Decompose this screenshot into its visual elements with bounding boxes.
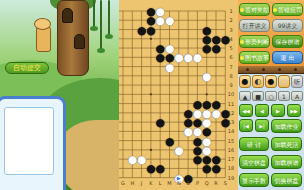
penalty-wrong-button[interactable]: 答错惩罚 bbox=[272, 3, 303, 16]
row-label: 1 bbox=[229, 8, 232, 14]
step-forward-button[interactable]: ▶ bbox=[271, 104, 285, 117]
exit-button[interactable]: 退 出 bbox=[272, 51, 303, 64]
row-label: 18 bbox=[228, 165, 234, 171]
reward-correct-button[interactable]: 答对奖励 bbox=[239, 3, 270, 16]
row-label: 16 bbox=[228, 147, 234, 153]
save-kifu-button[interactable]: 保存棋谱 bbox=[272, 35, 303, 48]
leaf bbox=[97, 48, 105, 53]
black-stone-tool[interactable]: ● bbox=[265, 75, 277, 88]
row-label: 5 bbox=[229, 45, 232, 51]
tower-window bbox=[62, 8, 73, 23]
clear-board-button[interactable]: 清空棋盘 bbox=[239, 155, 269, 169]
row-label: 11 bbox=[228, 101, 234, 107]
info-chat-panel bbox=[0, 96, 66, 190]
rewind-button[interactable]: ◀◀ bbox=[239, 104, 253, 117]
row-label: 8 bbox=[229, 73, 232, 79]
button-icon bbox=[240, 8, 244, 12]
board-grid bbox=[119, 0, 238, 190]
column-label: K bbox=[149, 180, 152, 186]
row-label: 3 bbox=[229, 27, 232, 33]
listen-tool[interactable]: 听 bbox=[291, 75, 303, 88]
circle-mark-tool[interactable]: ○ bbox=[265, 91, 277, 101]
row-label: 14 bbox=[228, 128, 234, 134]
row-label: 9 bbox=[229, 82, 232, 88]
lecture-99-button[interactable]: 99讲义 bbox=[272, 19, 303, 32]
column-label: N bbox=[177, 180, 181, 186]
to-start-button[interactable]: |◀ bbox=[239, 119, 253, 132]
shelf-knob bbox=[294, 68, 297, 71]
row-label: 4 bbox=[229, 36, 232, 42]
go-teaching-app-window: 自动提交 ●●●●●●●●●●●●●●●●●●●●●●●●●●●●●●●●●●●… bbox=[0, 0, 304, 190]
row-label: 6 bbox=[229, 54, 232, 60]
leaf bbox=[105, 34, 113, 39]
button-icon bbox=[273, 8, 277, 12]
column-label: R bbox=[214, 180, 217, 186]
tower-window bbox=[74, 34, 85, 49]
shelf-knob bbox=[262, 68, 265, 71]
position-judge-button[interactable]: 形势判断 bbox=[239, 35, 270, 48]
load-tsumego-button[interactable]: 加载死活 bbox=[271, 137, 302, 151]
show-moves-button[interactable]: 显示手数 bbox=[239, 173, 269, 187]
column-label: G bbox=[121, 180, 125, 186]
switch-board-button[interactable]: 切换棋盘 bbox=[271, 173, 302, 187]
auto-submit-button[interactable]: 自动提交 bbox=[5, 62, 49, 74]
place-white-stone-tool[interactable]: ○ bbox=[278, 75, 290, 88]
column-label: M bbox=[167, 180, 171, 186]
decorative-sidebar: 自动提交 bbox=[0, 0, 120, 190]
row-label: 15 bbox=[228, 138, 234, 144]
row-label: 17 bbox=[228, 156, 234, 162]
row-label: 10 bbox=[228, 91, 234, 97]
button-icon bbox=[240, 40, 244, 44]
giraffe-head-icon bbox=[34, 18, 51, 30]
button-icon bbox=[240, 56, 244, 60]
to-end-button[interactable]: ▶| bbox=[255, 119, 269, 132]
shelf-knob bbox=[278, 68, 281, 71]
vine bbox=[100, 0, 102, 52]
alternate-stone-tool[interactable]: ◐ bbox=[252, 75, 264, 88]
number-mark-tool[interactable]: 1 bbox=[278, 91, 290, 101]
column-label: Q bbox=[205, 180, 209, 186]
column-label: L bbox=[159, 180, 162, 186]
book-story-button[interactable]: 图书故事 bbox=[239, 51, 270, 64]
row-label: 13 bbox=[228, 119, 234, 125]
row-label: 7 bbox=[229, 64, 232, 70]
open-lecture-button[interactable]: 打开讲义 bbox=[239, 19, 270, 32]
leaf bbox=[90, 26, 98, 31]
load-homework-button[interactable]: 加载作业 bbox=[271, 119, 302, 133]
step-back-button[interactable]: ◀ bbox=[255, 104, 269, 117]
column-label: S bbox=[224, 180, 227, 186]
row-label: 2 bbox=[229, 17, 232, 23]
row-label: 19 bbox=[228, 175, 234, 181]
letter-mark-tool[interactable]: A bbox=[291, 91, 303, 101]
row-label: 12 bbox=[228, 110, 234, 116]
place-black-stone-tool[interactable]: ● bbox=[239, 75, 251, 88]
triangle-mark-tool[interactable]: ▲ bbox=[239, 91, 251, 101]
chat-content-area[interactable] bbox=[4, 107, 54, 175]
vine bbox=[108, 0, 110, 38]
load-kifu-button[interactable]: 加载棋谱 bbox=[271, 155, 302, 169]
go-board[interactable]: ●●●●●●●●●●●●●●●●●●●●●●●●●●●●●●●●●●●●●●●●… bbox=[119, 0, 238, 190]
column-label: J bbox=[141, 180, 142, 186]
column-label: P bbox=[196, 180, 199, 186]
square-mark-tool[interactable]: ■ bbox=[252, 91, 264, 101]
shelf-knob bbox=[246, 68, 249, 71]
right-control-panel: 答对奖励 答错惩罚 打开讲义 99讲义 形势判断 保存棋谱 图书故事 退 出 ●… bbox=[238, 0, 304, 190]
column-label: H bbox=[130, 180, 134, 186]
fast-forward-button[interactable]: ▶▶ bbox=[287, 104, 301, 117]
discuss-button[interactable]: 研 讨 bbox=[239, 137, 269, 151]
column-label: O bbox=[186, 180, 190, 186]
